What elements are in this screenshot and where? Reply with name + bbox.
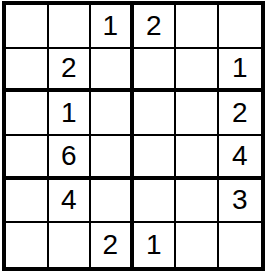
cell-r5c6[interactable]: 3 [219,180,262,224]
cell-r3c2[interactable]: 1 [49,92,92,136]
cell-r5c3[interactable] [91,180,134,224]
sudoku-page: 122112644321 [0,0,267,273]
cell-r4c3[interactable] [91,136,134,180]
cell-r1c6[interactable] [219,5,262,49]
cell-r4c5[interactable] [176,136,219,180]
cell-r3c1[interactable] [6,92,49,136]
cell-r6c3[interactable]: 2 [91,223,134,267]
sudoku-board: 122112644321 [2,1,265,271]
cell-r1c1[interactable] [6,5,49,49]
cell-r3c6[interactable]: 2 [219,92,262,136]
cell-r1c4[interactable]: 2 [134,5,177,49]
cell-r3c5[interactable] [176,92,219,136]
cell-r1c2[interactable] [49,5,92,49]
cell-r3c3[interactable] [91,92,134,136]
cell-r4c6[interactable]: 4 [219,136,262,180]
cell-r5c5[interactable] [176,180,219,224]
cell-r5c1[interactable] [6,180,49,224]
cell-r2c4[interactable] [134,49,177,93]
cell-r6c2[interactable] [49,223,92,267]
cell-r2c5[interactable] [176,49,219,93]
cell-r6c4[interactable]: 1 [134,223,177,267]
cell-r2c2[interactable]: 2 [49,49,92,93]
cell-r3c4[interactable] [134,92,177,136]
cell-r6c6[interactable] [219,223,262,267]
cell-r4c2[interactable]: 6 [49,136,92,180]
cell-r5c4[interactable] [134,180,177,224]
cell-r6c1[interactable] [6,223,49,267]
cell-r4c1[interactable] [6,136,49,180]
cell-r6c5[interactable] [176,223,219,267]
cell-r2c6[interactable]: 1 [219,49,262,93]
cell-r2c1[interactable] [6,49,49,93]
cell-r1c5[interactable] [176,5,219,49]
cell-r2c3[interactable] [91,49,134,93]
cell-r1c3[interactable]: 1 [91,5,134,49]
cell-r5c2[interactable]: 4 [49,180,92,224]
cell-r4c4[interactable] [134,136,177,180]
